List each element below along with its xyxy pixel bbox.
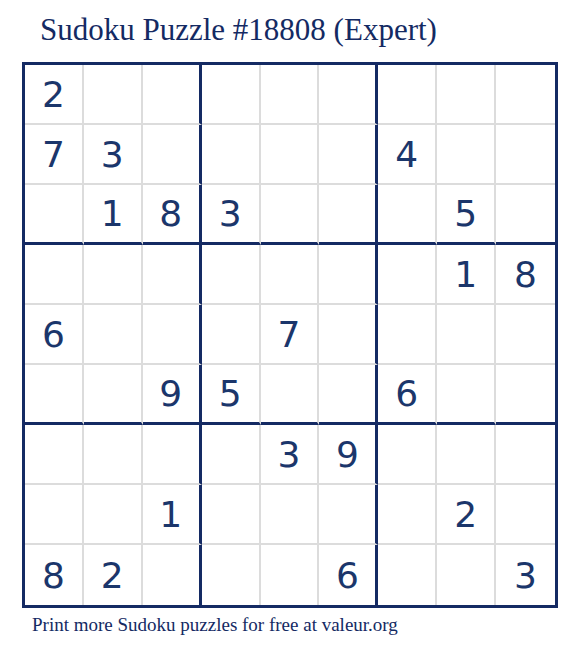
sudoku-cell-r3c5[interactable]	[261, 185, 320, 245]
sudoku-cell-r1c2[interactable]	[84, 65, 143, 125]
sudoku-cell-r6c2[interactable]	[84, 365, 143, 425]
sudoku-cell-r6c4[interactable]: 5	[202, 365, 261, 425]
sudoku-cell-r9c4[interactable]	[202, 545, 261, 605]
sudoku-cell-r7c7[interactable]	[378, 425, 437, 485]
sudoku-cell-r7c3[interactable]	[143, 425, 202, 485]
sudoku-cell-r2c8[interactable]	[437, 125, 496, 185]
sudoku-cell-r3c7[interactable]	[378, 185, 437, 245]
sudoku-cell-r9c7[interactable]	[378, 545, 437, 605]
sudoku-cell-r8c3[interactable]: 1	[143, 485, 202, 545]
sudoku-cell-r2c5[interactable]	[261, 125, 320, 185]
sudoku-cell-r3c6[interactable]	[319, 185, 378, 245]
sudoku-cell-r5c3[interactable]	[143, 305, 202, 365]
sudoku-cell-r3c1[interactable]	[25, 185, 84, 245]
sudoku-cell-r3c9[interactable]	[496, 185, 555, 245]
sudoku-cell-r4c7[interactable]	[378, 245, 437, 305]
sudoku-cell-r2c1[interactable]: 7	[25, 125, 84, 185]
sudoku-cell-r9c2[interactable]: 2	[84, 545, 143, 605]
sudoku-cell-r2c4[interactable]	[202, 125, 261, 185]
sudoku-cell-r3c3[interactable]: 8	[143, 185, 202, 245]
sudoku-cell-r3c8[interactable]: 5	[437, 185, 496, 245]
sudoku-cell-r6c1[interactable]	[25, 365, 84, 425]
sudoku-cell-r6c6[interactable]	[319, 365, 378, 425]
sudoku-cell-r3c4[interactable]: 3	[202, 185, 261, 245]
sudoku-cell-r6c8[interactable]	[437, 365, 496, 425]
sudoku-cell-r5c6[interactable]	[319, 305, 378, 365]
sudoku-cell-r9c1[interactable]: 8	[25, 545, 84, 605]
sudoku-cell-r8c8[interactable]: 2	[437, 485, 496, 545]
sudoku-cell-r7c4[interactable]	[202, 425, 261, 485]
sudoku-cell-r4c6[interactable]	[319, 245, 378, 305]
sudoku-cell-r2c2[interactable]: 3	[84, 125, 143, 185]
sudoku-cell-r2c3[interactable]	[143, 125, 202, 185]
sudoku-cell-r9c3[interactable]	[143, 545, 202, 605]
sudoku-cell-r9c6[interactable]: 6	[319, 545, 378, 605]
sudoku-cell-r5c2[interactable]	[84, 305, 143, 365]
sudoku-cell-r1c3[interactable]	[143, 65, 202, 125]
sudoku-board: 27341835186795639128263	[22, 62, 558, 608]
sudoku-cell-r5c7[interactable]	[378, 305, 437, 365]
sudoku-cell-r3c2[interactable]: 1	[84, 185, 143, 245]
sudoku-cell-r7c8[interactable]	[437, 425, 496, 485]
sudoku-cell-r8c9[interactable]	[496, 485, 555, 545]
sudoku-cell-r8c6[interactable]	[319, 485, 378, 545]
sudoku-cell-r7c5[interactable]: 3	[261, 425, 320, 485]
sudoku-cell-r4c5[interactable]	[261, 245, 320, 305]
sudoku-cell-r8c4[interactable]	[202, 485, 261, 545]
sudoku-cell-r1c5[interactable]	[261, 65, 320, 125]
sudoku-cell-r1c8[interactable]	[437, 65, 496, 125]
sudoku-cell-r2c9[interactable]	[496, 125, 555, 185]
sudoku-cell-r1c7[interactable]	[378, 65, 437, 125]
sudoku-cell-r8c1[interactable]	[25, 485, 84, 545]
sudoku-cell-r1c1[interactable]: 2	[25, 65, 84, 125]
sudoku-cell-r2c7[interactable]: 4	[378, 125, 437, 185]
sudoku-cell-r5c5[interactable]: 7	[261, 305, 320, 365]
sudoku-cell-r4c2[interactable]	[84, 245, 143, 305]
sudoku-page: Sudoku Puzzle #18808 (Expert) 2734183518…	[0, 0, 580, 651]
sudoku-cell-r6c3[interactable]: 9	[143, 365, 202, 425]
sudoku-cell-r4c4[interactable]	[202, 245, 261, 305]
sudoku-cell-r8c7[interactable]	[378, 485, 437, 545]
footer-text: Print more Sudoku puzzles for free at va…	[32, 614, 398, 636]
sudoku-cell-r5c8[interactable]	[437, 305, 496, 365]
sudoku-cell-r5c9[interactable]	[496, 305, 555, 365]
sudoku-cell-r8c5[interactable]	[261, 485, 320, 545]
sudoku-cell-r7c2[interactable]	[84, 425, 143, 485]
sudoku-cell-r4c9[interactable]: 8	[496, 245, 555, 305]
sudoku-cell-r2c6[interactable]	[319, 125, 378, 185]
sudoku-cell-r6c9[interactable]	[496, 365, 555, 425]
sudoku-cell-r4c3[interactable]	[143, 245, 202, 305]
sudoku-cell-r9c9[interactable]: 3	[496, 545, 555, 605]
sudoku-cell-r5c1[interactable]: 6	[25, 305, 84, 365]
sudoku-cell-r9c5[interactable]	[261, 545, 320, 605]
sudoku-cell-r7c6[interactable]: 9	[319, 425, 378, 485]
page-title: Sudoku Puzzle #18808 (Expert)	[40, 12, 437, 48]
sudoku-cell-r5c4[interactable]	[202, 305, 261, 365]
sudoku-cell-r8c2[interactable]	[84, 485, 143, 545]
sudoku-cell-r7c1[interactable]	[25, 425, 84, 485]
sudoku-cell-r6c5[interactable]	[261, 365, 320, 425]
sudoku-cell-r1c6[interactable]	[319, 65, 378, 125]
sudoku-cell-r6c7[interactable]: 6	[378, 365, 437, 425]
sudoku-cell-r4c8[interactable]: 1	[437, 245, 496, 305]
sudoku-cell-r1c4[interactable]	[202, 65, 261, 125]
sudoku-cell-r7c9[interactable]	[496, 425, 555, 485]
sudoku-cell-r1c9[interactable]	[496, 65, 555, 125]
sudoku-cell-r4c1[interactable]	[25, 245, 84, 305]
sudoku-cell-r9c8[interactable]	[437, 545, 496, 605]
